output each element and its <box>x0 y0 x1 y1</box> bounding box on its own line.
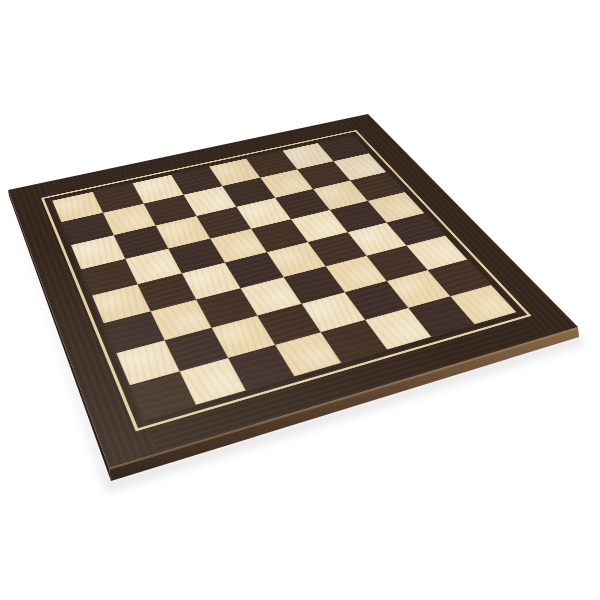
product-photo-scene <box>0 0 600 600</box>
